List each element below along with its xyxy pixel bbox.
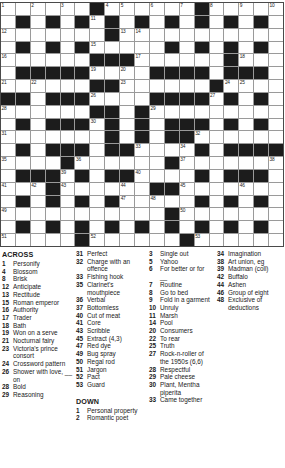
grid-cell[interactable] [254, 106, 268, 118]
grid-cell[interactable]: 15 [90, 42, 104, 54]
grid-cell[interactable] [210, 119, 224, 131]
grid-cell[interactable] [90, 144, 104, 156]
clue-number: 36 [76, 296, 87, 304]
grid-cell[interactable] [46, 157, 60, 169]
black-cell [224, 54, 238, 66]
grid-cell[interactable] [135, 42, 149, 54]
grid-cell[interactable] [135, 157, 149, 169]
grid-cell[interactable]: 25 [239, 80, 253, 92]
clue-text: Exclusive of deductions [228, 296, 285, 311]
clue-text: Blossom [13, 268, 72, 276]
grid-cell[interactable] [120, 42, 134, 54]
clue-item: 15Roman emperor [2, 299, 72, 307]
black-cell [135, 119, 149, 131]
grid-cell[interactable] [16, 3, 30, 15]
grid-cell[interactable] [165, 144, 179, 156]
grid-cell[interactable] [61, 131, 75, 143]
grid-cell[interactable] [180, 42, 194, 54]
grid-cell[interactable] [120, 131, 134, 143]
grid-cell[interactable] [135, 80, 149, 92]
clue-number: 12 [2, 283, 13, 291]
grid-cell[interactable]: 27 [210, 93, 224, 105]
grid-cell[interactable]: 26 [90, 93, 104, 105]
grid-cell[interactable]: 17 [135, 54, 149, 66]
clue-number: 31 [76, 250, 87, 258]
grid-cell[interactable] [16, 80, 30, 92]
grid-cell[interactable] [120, 234, 134, 246]
grid-cell[interactable] [46, 234, 60, 246]
grid-cell[interactable] [75, 54, 89, 66]
grid-cell[interactable] [269, 106, 283, 118]
grid-cell[interactable] [165, 170, 179, 182]
grid-cell[interactable] [269, 67, 283, 79]
clue-item: 46Group of eight [217, 289, 285, 297]
grid-cell[interactable] [150, 131, 164, 143]
grid-cell[interactable] [90, 208, 104, 220]
grid-cell[interactable] [150, 221, 164, 233]
grid-cell[interactable] [269, 42, 283, 54]
grid-cell[interactable]: 24 [224, 80, 238, 92]
grid-cell[interactable] [269, 80, 283, 92]
grid-cell[interactable] [210, 144, 224, 156]
grid-cell[interactable] [239, 16, 253, 28]
black-cell [224, 170, 238, 182]
grid-cell[interactable] [210, 131, 224, 143]
grid-cell[interactable] [90, 196, 104, 208]
black-cell [16, 170, 30, 182]
black-cell [165, 131, 179, 143]
grid-cell[interactable] [239, 157, 253, 169]
grid-cell[interactable] [269, 208, 283, 220]
grid-cell[interactable] [150, 80, 164, 92]
grid-cell[interactable]: 38 [269, 157, 283, 169]
grid-cell[interactable] [210, 16, 224, 28]
clue-text: Truth [160, 342, 213, 350]
grid-cell[interactable]: 9 [239, 3, 253, 15]
grid-cell[interactable] [210, 208, 224, 220]
grid-cell[interactable] [210, 183, 224, 195]
grid-cell[interactable] [31, 42, 45, 54]
clue-item: 50Regal rod [76, 358, 145, 366]
grid-cell[interactable]: 37 [180, 157, 194, 169]
grid-cell[interactable] [105, 234, 119, 246]
grid-cell[interactable]: 41 [1, 183, 15, 195]
clue-text: Clarinet's mouthpiece [87, 281, 145, 296]
grid-cell[interactable] [120, 208, 134, 220]
grid-cell[interactable]: 40 [135, 170, 149, 182]
grid-cell[interactable]: 16 [1, 54, 15, 66]
black-cell [224, 67, 238, 79]
grid-cell[interactable]: 47 [120, 196, 134, 208]
grid-cell[interactable] [31, 234, 45, 246]
grid-cell[interactable] [224, 106, 238, 118]
grid-cell[interactable] [254, 3, 268, 15]
grid-cell[interactable] [61, 80, 75, 92]
clue-number: 6 [149, 265, 160, 280]
grid-cell[interactable] [165, 106, 179, 118]
grid-cell[interactable]: 3 [61, 3, 75, 15]
grid-cell[interactable] [31, 54, 45, 66]
grid-cell[interactable] [90, 157, 104, 169]
grid-cell[interactable] [90, 131, 104, 143]
clue-item: 33Came together [149, 396, 213, 404]
grid-cell[interactable] [224, 3, 238, 15]
grid-cell[interactable] [75, 106, 89, 118]
grid-cell[interactable] [239, 93, 253, 105]
clue-text: Go to bed [160, 289, 213, 297]
grid-cell[interactable] [239, 208, 253, 220]
grid-cell[interactable] [269, 93, 283, 105]
grid-cell[interactable] [150, 144, 164, 156]
grid-cell[interactable] [31, 106, 45, 118]
black-cell [90, 54, 104, 66]
clue-number: 16 [2, 306, 13, 314]
grid-cell[interactable] [180, 170, 194, 182]
grid-cell[interactable] [165, 3, 179, 15]
grid-cell[interactable]: 36 [75, 157, 89, 169]
grid-cell[interactable] [1, 16, 15, 28]
grid-cell[interactable]: 4 [105, 3, 119, 15]
grid-cell[interactable] [61, 54, 75, 66]
cell-number: 23 [121, 80, 126, 85]
grid-cell[interactable] [16, 208, 30, 220]
grid-cell[interactable] [224, 29, 238, 41]
grid-cell[interactable]: 45 [180, 183, 194, 195]
grid-cell[interactable] [75, 183, 89, 195]
grid-cell[interactable] [150, 42, 164, 54]
cell-number: 41 [2, 183, 7, 188]
grid-cell[interactable] [120, 221, 134, 233]
grid-cell[interactable]: 29 [150, 106, 164, 118]
grid-cell[interactable] [90, 29, 104, 41]
grid-cell[interactable] [1, 170, 15, 182]
grid-cell[interactable]: 5 [120, 3, 134, 15]
clue-number: 30 [149, 381, 160, 396]
grid-cell[interactable] [46, 54, 60, 66]
grid-cell[interactable] [254, 234, 268, 246]
grid-cell[interactable] [165, 80, 179, 92]
grid-cell[interactable] [31, 144, 45, 156]
grid-cell[interactable] [105, 157, 119, 169]
black-cell [165, 16, 179, 28]
grid-cell[interactable] [120, 16, 134, 28]
grid-cell[interactable] [135, 183, 149, 195]
grid-cell[interactable] [210, 196, 224, 208]
grid-cell[interactable] [1, 42, 15, 54]
clue-item: 42Buffalo [217, 273, 285, 281]
grid-cell[interactable] [150, 157, 164, 169]
grid-cell[interactable] [165, 196, 179, 208]
grid-cell[interactable] [46, 208, 60, 220]
grid-cell[interactable] [224, 234, 238, 246]
grid-cell[interactable]: 34 [180, 144, 194, 156]
grid-cell[interactable]: 12 [1, 29, 15, 41]
grid-cell[interactable] [180, 106, 194, 118]
grid-cell[interactable] [150, 16, 164, 28]
clue-number: 29 [2, 391, 13, 399]
clue-number: 26 [2, 368, 13, 383]
grid-cell[interactable] [210, 67, 224, 79]
black-cell [61, 119, 75, 131]
black-cell [105, 106, 119, 118]
grid-cell[interactable] [16, 183, 30, 195]
grid-cell[interactable] [31, 221, 45, 233]
grid-cell[interactable]: 28 [1, 106, 15, 118]
grid-cell[interactable] [75, 208, 89, 220]
grid-cell[interactable] [210, 54, 224, 66]
grid-cell[interactable] [210, 157, 224, 169]
grid-cell[interactable] [150, 29, 164, 41]
grid-cell[interactable] [75, 29, 89, 41]
grid-cell[interactable] [135, 234, 149, 246]
grid-cell[interactable] [75, 80, 89, 92]
grid-cell[interactable] [269, 119, 283, 131]
grid-cell[interactable] [180, 196, 194, 208]
grid-cell[interactable] [90, 170, 104, 182]
grid-cell[interactable]: 44 [120, 183, 134, 195]
grid-cell[interactable] [135, 3, 149, 15]
grid-cell[interactable] [210, 221, 224, 233]
grid-cell[interactable] [254, 54, 268, 66]
cell-number: 43 [61, 183, 66, 188]
cell-number: 26 [91, 93, 96, 98]
grid-cell[interactable] [254, 29, 268, 41]
grid-cell[interactable] [269, 221, 283, 233]
grid-cell[interactable] [195, 80, 209, 92]
black-cell [195, 221, 209, 233]
grid-cell[interactable] [135, 67, 149, 79]
grid-cell[interactable] [31, 16, 45, 28]
grid-cell[interactable] [239, 234, 253, 246]
cell-number: 9 [240, 3, 242, 8]
grid-cell[interactable] [16, 106, 30, 118]
clue-number: 43 [76, 327, 87, 335]
grid-cell[interactable] [239, 29, 253, 41]
clue-number: 10 [149, 304, 160, 312]
clue-number: 1 [2, 260, 13, 268]
grid-cell[interactable] [61, 16, 75, 28]
grid-cell[interactable] [1, 119, 15, 131]
grid-cell[interactable] [150, 234, 164, 246]
grid-cell[interactable] [105, 208, 119, 220]
grid-cell[interactable]: 30 [90, 119, 104, 131]
grid-cell[interactable] [16, 234, 30, 246]
grid-cell[interactable] [210, 234, 224, 246]
grid-cell[interactable] [224, 157, 238, 169]
grid-cell[interactable] [105, 93, 119, 105]
grid-cell[interactable]: 20 [120, 67, 134, 79]
grid-cell[interactable]: 18 [239, 54, 253, 66]
grid-cell[interactable] [239, 221, 253, 233]
grid-cell[interactable]: 2 [31, 3, 45, 15]
grid-cell[interactable]: 8 [210, 3, 224, 15]
grid-cell[interactable] [120, 93, 134, 105]
grid-cell[interactable] [180, 29, 194, 41]
grid-cell[interactable] [61, 106, 75, 118]
grid-cell[interactable] [239, 196, 253, 208]
grid-cell[interactable]: 43 [61, 183, 75, 195]
grid-cell[interactable] [135, 208, 149, 220]
grid-cell[interactable] [239, 106, 253, 118]
grid-cell[interactable] [61, 234, 75, 246]
grid-cell[interactable]: 10 [269, 3, 283, 15]
grid-cell[interactable] [195, 157, 209, 169]
grid-cell[interactable] [105, 183, 119, 195]
grid-cell[interactable] [46, 3, 60, 15]
grid-cell[interactable]: 1 [1, 3, 15, 15]
grid-cell[interactable] [1, 144, 15, 156]
grid-cell[interactable] [75, 3, 89, 15]
grid-cell[interactable] [269, 170, 283, 182]
grid-cell[interactable] [61, 42, 75, 54]
grid-cell[interactable]: 46 [239, 183, 253, 195]
grid-cell[interactable] [239, 131, 253, 143]
grid-cell[interactable]: 49 [1, 208, 15, 220]
grid-cell[interactable] [165, 234, 179, 246]
grid-cell[interactable] [61, 29, 75, 41]
grid-cell[interactable] [210, 42, 224, 54]
grid-cell[interactable]: 50 [180, 208, 194, 220]
grid-cell[interactable]: 14 [135, 29, 149, 41]
grid-cell[interactable] [150, 119, 164, 131]
grid-cell[interactable]: 52 [90, 234, 104, 246]
grid-cell[interactable]: 53 [195, 234, 209, 246]
grid-cell[interactable] [254, 131, 268, 143]
black-cell [120, 144, 134, 156]
grid-cell[interactable] [180, 80, 194, 92]
grid-cell[interactable] [16, 157, 30, 169]
grid-cell[interactable] [224, 208, 238, 220]
grid-cell[interactable] [150, 54, 164, 66]
grid-cell[interactable] [195, 183, 209, 195]
grid-cell[interactable] [269, 234, 283, 246]
grid-cell[interactable] [31, 131, 45, 143]
grid-cell[interactable] [254, 80, 268, 92]
black-cell [195, 93, 209, 105]
grid-cell[interactable] [224, 183, 238, 195]
clue-item: 9Fold in a garment [149, 296, 213, 304]
clue-number: 9 [149, 296, 160, 304]
grid-cell[interactable] [195, 208, 209, 220]
grid-cell[interactable]: 31 [1, 131, 15, 143]
grid-cell[interactable] [239, 119, 253, 131]
grid-cell[interactable] [16, 131, 30, 143]
grid-cell[interactable] [46, 80, 60, 92]
clue-number: 35 [76, 281, 87, 296]
cell-number: 29 [150, 106, 155, 111]
grid-cell[interactable] [105, 42, 119, 54]
grid-cell[interactable] [31, 29, 45, 41]
grid-cell[interactable]: 7 [180, 3, 194, 15]
clue-text: Buffalo [228, 273, 285, 281]
grid-cell[interactable]: 33 [135, 144, 149, 156]
grid-cell[interactable] [1, 221, 15, 233]
grid-cell[interactable]: 48 [150, 196, 164, 208]
grid-cell[interactable] [120, 106, 134, 118]
grid-cell[interactable] [105, 67, 119, 79]
grid-cell[interactable] [180, 54, 194, 66]
grid-cell[interactable] [135, 93, 149, 105]
grid-cell[interactable] [61, 208, 75, 220]
grid-cell[interactable] [180, 16, 194, 28]
grid-cell[interactable] [210, 170, 224, 182]
grid-cell[interactable]: 35 [1, 157, 15, 169]
grid-cell[interactable] [224, 131, 238, 143]
grid-cell[interactable] [195, 54, 209, 66]
grid-cell[interactable] [269, 16, 283, 28]
clue-number: 41 [76, 319, 87, 327]
grid-cell[interactable] [239, 42, 253, 54]
grid-cell[interactable] [150, 208, 164, 220]
grid-cell[interactable] [269, 54, 283, 66]
grid-cell[interactable] [150, 170, 164, 182]
grid-cell[interactable] [46, 106, 60, 118]
grid-cell[interactable] [254, 157, 268, 169]
grid-cell[interactable]: 32 [195, 131, 209, 143]
crossword-grid: 1234567891011121314151617181920212223242… [0, 2, 284, 247]
clue-number: 17 [2, 314, 13, 322]
black-cell [75, 67, 89, 79]
grid-cell[interactable] [16, 54, 30, 66]
grid-cell[interactable] [46, 29, 60, 41]
grid-cell[interactable] [120, 157, 134, 169]
grid-cell[interactable] [31, 208, 45, 220]
grid-cell[interactable] [135, 196, 149, 208]
grid-cell[interactable] [210, 106, 224, 118]
grid-cell[interactable] [165, 29, 179, 41]
grid-cell[interactable]: 39 [61, 170, 75, 182]
grid-cell[interactable] [46, 131, 60, 143]
grid-cell[interactable] [195, 106, 209, 118]
grid-cell[interactable] [120, 119, 134, 131]
grid-cell[interactable] [61, 196, 75, 208]
grid-cell[interactable] [269, 29, 283, 41]
grid-cell[interactable] [269, 131, 283, 143]
grid-cell[interactable] [90, 183, 104, 195]
grid-cell[interactable] [31, 157, 45, 169]
grid-cell[interactable] [165, 54, 179, 66]
grid-cell[interactable] [61, 221, 75, 233]
grid-cell[interactable]: 22 [31, 80, 45, 92]
grid-cell[interactable]: 6 [150, 3, 164, 15]
grid-cell[interactable]: 51 [1, 234, 15, 246]
grid-cell[interactable] [1, 67, 15, 79]
cell-number: 33 [136, 144, 141, 149]
grid-cell[interactable] [90, 221, 104, 233]
grid-cell[interactable]: 21 [1, 80, 15, 92]
grid-cell[interactable] [31, 93, 45, 105]
grid-cell[interactable] [210, 29, 224, 41]
grid-cell[interactable] [195, 29, 209, 41]
grid-cell[interactable]: 11 [90, 16, 104, 28]
grid-cell[interactable]: 19 [90, 67, 104, 79]
grid-cell[interactable] [31, 196, 45, 208]
grid-cell[interactable] [1, 196, 15, 208]
grid-cell[interactable] [75, 131, 89, 143]
grid-cell[interactable]: 13 [120, 29, 134, 41]
grid-cell[interactable]: 42 [31, 183, 45, 195]
grid-cell[interactable] [16, 29, 30, 41]
grid-cell[interactable] [269, 196, 283, 208]
clue-text: Pale cheese [160, 373, 213, 381]
grid-cell[interactable] [31, 119, 45, 131]
grid-cell[interactable] [180, 221, 194, 233]
grid-cell[interactable] [254, 183, 268, 195]
grid-cell[interactable] [254, 208, 268, 220]
grid-cell[interactable] [269, 183, 283, 195]
grid-cell[interactable]: 23 [120, 80, 134, 92]
clue-text: Came together [160, 396, 213, 404]
